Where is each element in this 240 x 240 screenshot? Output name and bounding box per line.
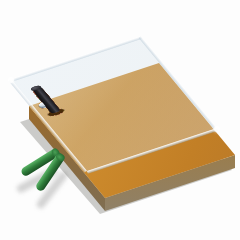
acrylic-corner-glint: [214, 126, 220, 132]
board-game-photo: Wooden 5x5 peg board game with clear acr…: [0, 0, 240, 240]
acrylic-corner-glint: [8, 77, 14, 83]
caption: Wooden 5x5 peg board game with clear acr…: [0, 0, 1, 1]
